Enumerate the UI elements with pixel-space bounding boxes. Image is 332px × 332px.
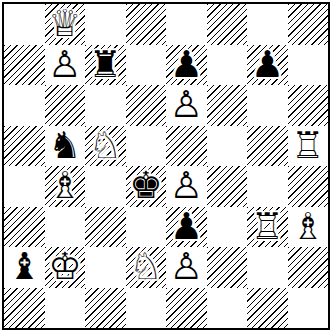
piece-white-rook: ♖: [251, 207, 284, 247]
square-e5[interactable]: [166, 126, 207, 167]
chess-diagram: ♕♙♜♟♟♙♞♘♖♗♚♙♟♖♗♝♔♘♙: [0, 0, 332, 332]
square-f2[interactable]: [207, 247, 248, 288]
square-c6[interactable]: [85, 85, 126, 126]
square-g6[interactable]: [247, 85, 288, 126]
square-h3[interactable]: ♗: [288, 207, 329, 248]
square-f6[interactable]: [207, 85, 248, 126]
square-b2[interactable]: ♔: [45, 247, 86, 288]
square-c2[interactable]: [85, 247, 126, 288]
square-a2[interactable]: ♝: [4, 247, 45, 288]
square-d3[interactable]: [126, 207, 167, 248]
square-f5[interactable]: [207, 126, 248, 167]
square-f7[interactable]: [207, 45, 248, 86]
piece-white-pawn: ♙: [170, 85, 203, 125]
chess-board: ♕♙♜♟♟♙♞♘♖♗♚♙♟♖♗♝♔♘♙: [2, 2, 330, 330]
piece-black-pawn: ♟: [170, 207, 203, 247]
piece-white-queen: ♕: [48, 4, 81, 44]
square-g4[interactable]: [247, 166, 288, 207]
square-f4[interactable]: [207, 166, 248, 207]
piece-white-pawn: ♙: [48, 45, 81, 85]
piece-white-knight: ♘: [89, 126, 122, 166]
square-g2[interactable]: [247, 247, 288, 288]
square-d6[interactable]: [126, 85, 167, 126]
square-a8[interactable]: [4, 4, 45, 45]
square-f3[interactable]: [207, 207, 248, 248]
square-d2[interactable]: ♘: [126, 247, 167, 288]
square-h5[interactable]: ♖: [288, 126, 329, 167]
piece-white-king: ♔: [48, 247, 81, 287]
square-e4[interactable]: ♙: [166, 166, 207, 207]
square-d4[interactable]: ♚: [126, 166, 167, 207]
square-g1[interactable]: [247, 288, 288, 329]
square-h2[interactable]: [288, 247, 329, 288]
square-c5[interactable]: ♘: [85, 126, 126, 167]
square-b1[interactable]: [45, 288, 86, 329]
square-e2[interactable]: ♙: [166, 247, 207, 288]
square-c3[interactable]: [85, 207, 126, 248]
square-d8[interactable]: [126, 4, 167, 45]
square-e3[interactable]: ♟: [166, 207, 207, 248]
square-e1[interactable]: [166, 288, 207, 329]
piece-black-bishop: ♝: [8, 247, 41, 287]
square-a6[interactable]: [4, 85, 45, 126]
square-d7[interactable]: [126, 45, 167, 86]
square-b4[interactable]: ♗: [45, 166, 86, 207]
square-b7[interactable]: ♙: [45, 45, 86, 86]
square-b8[interactable]: ♕: [45, 4, 86, 45]
square-h4[interactable]: [288, 166, 329, 207]
piece-black-pawn: ♟: [251, 45, 284, 85]
piece-white-pawn: ♙: [170, 166, 203, 206]
square-c7[interactable]: ♜: [85, 45, 126, 86]
square-g7[interactable]: ♟: [247, 45, 288, 86]
piece-white-bishop: ♗: [48, 166, 81, 206]
square-h7[interactable]: [288, 45, 329, 86]
square-d5[interactable]: [126, 126, 167, 167]
square-c1[interactable]: [85, 288, 126, 329]
piece-white-rook: ♖: [291, 126, 324, 166]
square-g3[interactable]: ♖: [247, 207, 288, 248]
square-b3[interactable]: [45, 207, 86, 248]
piece-white-knight: ♘: [129, 247, 162, 287]
square-g5[interactable]: [247, 126, 288, 167]
square-e8[interactable]: [166, 4, 207, 45]
square-c8[interactable]: [85, 4, 126, 45]
piece-white-pawn: ♙: [170, 247, 203, 287]
square-a5[interactable]: [4, 126, 45, 167]
square-h6[interactable]: [288, 85, 329, 126]
square-e7[interactable]: ♟: [166, 45, 207, 86]
square-b6[interactable]: [45, 85, 86, 126]
piece-black-knight: ♞: [48, 126, 81, 166]
square-g8[interactable]: [247, 4, 288, 45]
square-c4[interactable]: [85, 166, 126, 207]
square-d1[interactable]: [126, 288, 167, 329]
piece-white-bishop: ♗: [291, 207, 324, 247]
square-f8[interactable]: [207, 4, 248, 45]
square-b5[interactable]: ♞: [45, 126, 86, 167]
square-e6[interactable]: ♙: [166, 85, 207, 126]
piece-black-rook: ♜: [89, 45, 122, 85]
square-a3[interactable]: [4, 207, 45, 248]
square-a4[interactable]: [4, 166, 45, 207]
square-h1[interactable]: [288, 288, 329, 329]
square-f1[interactable]: [207, 288, 248, 329]
piece-black-king: ♚: [129, 166, 162, 206]
square-a1[interactable]: [4, 288, 45, 329]
piece-black-pawn: ♟: [170, 45, 203, 85]
square-a7[interactable]: [4, 45, 45, 86]
square-h8[interactable]: [288, 4, 329, 45]
